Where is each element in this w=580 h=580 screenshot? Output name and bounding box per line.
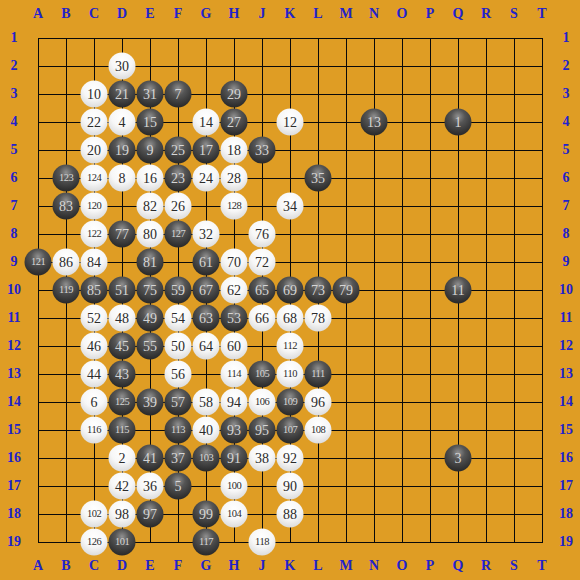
move-number: 128 [227, 201, 241, 212]
stone-C14[interactable]: 6 [81, 389, 108, 416]
coord-bottom-A: A [33, 559, 43, 573]
move-number: 41 [143, 451, 157, 465]
move-number: 32 [199, 227, 213, 241]
stone-F6[interactable]: 23 [165, 165, 192, 192]
move-number: 124 [87, 173, 101, 184]
move-number: 56 [171, 367, 185, 381]
move-number: 13 [367, 115, 381, 129]
move-number: 88 [283, 507, 297, 521]
coord-top-R: R [481, 7, 491, 21]
coord-right-3: 3 [563, 87, 570, 101]
stone-G4[interactable]: 14 [193, 109, 220, 136]
stone-K13[interactable]: 110 [277, 361, 304, 388]
move-number: 64 [199, 339, 213, 353]
stone-Q4[interactable]: 1 [445, 109, 472, 136]
move-number: 106 [255, 397, 269, 408]
coord-left-7: 7 [11, 199, 18, 213]
coord-right-10: 10 [559, 283, 573, 297]
coord-right-5: 5 [563, 143, 570, 157]
stone-E17[interactable]: 36 [137, 473, 164, 500]
move-number: 2 [119, 451, 126, 465]
coord-top-H: H [229, 7, 240, 21]
move-number: 96 [311, 395, 325, 409]
stone-D14[interactable]: 125 [109, 389, 136, 416]
coord-bottom-B: B [61, 559, 70, 573]
move-number: 100 [227, 481, 241, 492]
stone-C11[interactable]: 52 [81, 305, 108, 332]
stone-F17[interactable]: 5 [165, 473, 192, 500]
stone-H5[interactable]: 18 [221, 137, 248, 164]
stone-D4[interactable]: 4 [109, 109, 136, 136]
move-number: 4 [119, 115, 126, 129]
move-number: 53 [227, 311, 241, 325]
move-number: 1 [455, 115, 462, 129]
go-board[interactable]: AABBCCDDEEFFGGHHJJKKLLMMNNOOPPQQRRSSTT11… [0, 0, 580, 580]
stone-G18[interactable]: 99 [193, 501, 220, 528]
stone-F15[interactable]: 113 [165, 417, 192, 444]
move-number: 68 [283, 311, 297, 325]
stone-J10[interactable]: 65 [249, 277, 276, 304]
coord-bottom-G: G [201, 559, 212, 573]
stone-G5[interactable]: 17 [193, 137, 220, 164]
move-number: 83 [59, 199, 73, 213]
stone-G19[interactable]: 117 [193, 529, 220, 556]
stone-C13[interactable]: 44 [81, 361, 108, 388]
stone-C10[interactable]: 85 [81, 277, 108, 304]
coord-top-P: P [426, 7, 435, 21]
stone-C3[interactable]: 10 [81, 81, 108, 108]
move-number: 59 [171, 283, 185, 297]
stone-H7[interactable]: 128 [221, 193, 248, 220]
stone-G10[interactable]: 67 [193, 277, 220, 304]
coord-bottom-R: R [481, 559, 491, 573]
move-number: 103 [199, 453, 213, 464]
coord-bottom-E: E [145, 559, 154, 573]
stone-G16[interactable]: 103 [193, 445, 220, 472]
stone-H3[interactable]: 29 [221, 81, 248, 108]
stone-M10[interactable]: 79 [333, 277, 360, 304]
coord-left-15: 15 [7, 423, 21, 437]
stone-K11[interactable]: 68 [277, 305, 304, 332]
stone-C8[interactable]: 122 [81, 221, 108, 248]
stone-E7[interactable]: 82 [137, 193, 164, 220]
stone-E16[interactable]: 41 [137, 445, 164, 472]
stone-G8[interactable]: 32 [193, 221, 220, 248]
stone-J15[interactable]: 95 [249, 417, 276, 444]
stone-J14[interactable]: 106 [249, 389, 276, 416]
stone-E12[interactable]: 55 [137, 333, 164, 360]
stone-K16[interactable]: 92 [277, 445, 304, 472]
stone-G15[interactable]: 40 [193, 417, 220, 444]
move-number: 11 [451, 283, 464, 297]
stone-E11[interactable]: 49 [137, 305, 164, 332]
move-number: 63 [199, 311, 213, 325]
stone-C9[interactable]: 84 [81, 249, 108, 276]
move-number: 98 [115, 507, 129, 521]
stone-E3[interactable]: 31 [137, 81, 164, 108]
stone-L6[interactable]: 35 [305, 165, 332, 192]
coord-bottom-K: K [285, 559, 296, 573]
move-number: 90 [283, 479, 297, 493]
stone-F8[interactable]: 127 [165, 221, 192, 248]
stone-E6[interactable]: 16 [137, 165, 164, 192]
stone-L13[interactable]: 111 [305, 361, 332, 388]
stone-K7[interactable]: 34 [277, 193, 304, 220]
stone-C4[interactable]: 22 [81, 109, 108, 136]
stone-C6[interactable]: 124 [81, 165, 108, 192]
move-number: 120 [87, 201, 101, 212]
coord-left-5: 5 [11, 143, 18, 157]
move-number: 126 [87, 537, 101, 548]
coord-top-A: A [33, 7, 43, 21]
stone-D6[interactable]: 8 [109, 165, 136, 192]
stone-C5[interactable]: 20 [81, 137, 108, 164]
stone-G11[interactable]: 63 [193, 305, 220, 332]
move-number: 104 [227, 509, 241, 520]
stone-C7[interactable]: 120 [81, 193, 108, 220]
stone-C12[interactable]: 46 [81, 333, 108, 360]
coord-left-1: 1 [11, 31, 18, 45]
stone-E14[interactable]: 39 [137, 389, 164, 416]
move-number: 116 [87, 425, 101, 436]
stone-D17[interactable]: 42 [109, 473, 136, 500]
move-number: 60 [227, 339, 241, 353]
stone-D18[interactable]: 98 [109, 501, 136, 528]
stone-A9[interactable]: 121 [25, 249, 52, 276]
coord-right-8: 8 [563, 227, 570, 241]
move-number: 85 [87, 283, 101, 297]
move-number: 105 [255, 369, 269, 380]
move-number: 6 [91, 395, 98, 409]
move-number: 24 [199, 171, 213, 185]
move-number: 28 [227, 171, 241, 185]
move-number: 22 [87, 115, 101, 129]
move-number: 16 [143, 171, 157, 185]
move-number: 77 [115, 227, 129, 241]
move-number: 112 [283, 341, 297, 352]
move-number: 51 [115, 283, 129, 297]
coord-bottom-L: L [313, 559, 322, 573]
move-number: 8 [119, 171, 126, 185]
coord-bottom-Q: Q [453, 559, 464, 573]
stone-B10[interactable]: 119 [53, 277, 80, 304]
stone-H14[interactable]: 94 [221, 389, 248, 416]
stone-G6[interactable]: 24 [193, 165, 220, 192]
stone-L15[interactable]: 108 [305, 417, 332, 444]
stone-N4[interactable]: 13 [361, 109, 388, 136]
coord-right-6: 6 [563, 171, 570, 185]
coord-top-G: G [201, 7, 212, 21]
move-number: 84 [87, 255, 101, 269]
move-number: 110 [283, 369, 297, 380]
move-number: 7 [175, 87, 182, 101]
move-number: 91 [227, 451, 241, 465]
stone-D2[interactable]: 30 [109, 53, 136, 80]
move-number: 70 [227, 255, 241, 269]
coord-top-E: E [145, 7, 154, 21]
stone-F7[interactable]: 26 [165, 193, 192, 220]
move-number: 14 [199, 115, 213, 129]
stone-Q10[interactable]: 11 [445, 277, 472, 304]
coord-left-13: 13 [7, 367, 21, 381]
move-number: 65 [255, 283, 269, 297]
move-number: 17 [199, 143, 213, 157]
stone-E4[interactable]: 15 [137, 109, 164, 136]
move-number: 26 [171, 199, 185, 213]
move-number: 49 [143, 311, 157, 325]
move-number: 20 [87, 143, 101, 157]
stone-F16[interactable]: 37 [165, 445, 192, 472]
stone-B7[interactable]: 83 [53, 193, 80, 220]
move-number: 69 [283, 283, 297, 297]
coord-left-4: 4 [11, 115, 18, 129]
stone-K4[interactable]: 12 [277, 109, 304, 136]
move-number: 113 [171, 425, 185, 436]
stone-L14[interactable]: 96 [305, 389, 332, 416]
move-number: 23 [171, 171, 185, 185]
stone-C18[interactable]: 102 [81, 501, 108, 528]
stone-J16[interactable]: 38 [249, 445, 276, 472]
move-number: 46 [87, 339, 101, 353]
stone-G14[interactable]: 58 [193, 389, 220, 416]
coord-left-19: 19 [7, 535, 21, 549]
stone-D8[interactable]: 77 [109, 221, 136, 248]
coord-left-2: 2 [11, 59, 18, 73]
stone-D10[interactable]: 51 [109, 277, 136, 304]
coord-right-11: 11 [559, 311, 572, 325]
stone-J9[interactable]: 72 [249, 249, 276, 276]
stone-J19[interactable]: 118 [249, 529, 276, 556]
move-number: 58 [199, 395, 213, 409]
stone-D15[interactable]: 115 [109, 417, 136, 444]
stone-H12[interactable]: 60 [221, 333, 248, 360]
coord-bottom-P: P [426, 559, 435, 573]
move-number: 30 [115, 59, 129, 73]
stone-F3[interactable]: 7 [165, 81, 192, 108]
stone-K18[interactable]: 88 [277, 501, 304, 528]
stone-H4[interactable]: 27 [221, 109, 248, 136]
move-number: 107 [283, 425, 297, 436]
coord-left-9: 9 [11, 255, 18, 269]
coord-top-F: F [174, 7, 183, 21]
coord-bottom-S: S [510, 559, 518, 573]
stone-L11[interactable]: 78 [305, 305, 332, 332]
coord-top-T: T [537, 7, 546, 21]
move-number: 37 [171, 451, 185, 465]
coord-top-O: O [397, 7, 408, 21]
stone-F10[interactable]: 59 [165, 277, 192, 304]
coord-left-8: 8 [11, 227, 18, 241]
move-number: 50 [171, 339, 185, 353]
stone-Q16[interactable]: 3 [445, 445, 472, 472]
stone-E10[interactable]: 75 [137, 277, 164, 304]
move-number: 62 [227, 283, 241, 297]
coord-bottom-J: J [259, 559, 266, 573]
coord-top-D: D [117, 7, 127, 21]
move-number: 81 [143, 255, 157, 269]
stone-J8[interactable]: 76 [249, 221, 276, 248]
move-number: 92 [283, 451, 297, 465]
move-number: 119 [59, 285, 73, 296]
stone-J5[interactable]: 33 [249, 137, 276, 164]
stone-D11[interactable]: 48 [109, 305, 136, 332]
coord-bottom-C: C [89, 559, 99, 573]
move-number: 76 [255, 227, 269, 241]
move-number: 125 [115, 397, 129, 408]
move-number: 108 [311, 425, 325, 436]
coord-right-13: 13 [559, 367, 573, 381]
coord-right-12: 12 [559, 339, 573, 353]
stone-H15[interactable]: 93 [221, 417, 248, 444]
move-number: 36 [143, 479, 157, 493]
stone-K10[interactable]: 69 [277, 277, 304, 304]
move-number: 114 [227, 369, 241, 380]
move-number: 40 [199, 423, 213, 437]
stone-H16[interactable]: 91 [221, 445, 248, 472]
stone-H18[interactable]: 104 [221, 501, 248, 528]
stone-F14[interactable]: 57 [165, 389, 192, 416]
coord-right-7: 7 [563, 199, 570, 213]
coord-right-15: 15 [559, 423, 573, 437]
move-number: 94 [227, 395, 241, 409]
coord-right-1: 1 [563, 31, 570, 45]
stone-G9[interactable]: 61 [193, 249, 220, 276]
move-number: 10 [87, 87, 101, 101]
move-number: 35 [311, 171, 325, 185]
coord-bottom-O: O [397, 559, 408, 573]
stone-G12[interactable]: 64 [193, 333, 220, 360]
move-number: 31 [143, 87, 157, 101]
move-number: 15 [143, 115, 157, 129]
coord-right-17: 17 [559, 479, 573, 493]
move-number: 43 [115, 367, 129, 381]
move-number: 111 [311, 369, 324, 380]
stone-E9[interactable]: 81 [137, 249, 164, 276]
move-number: 25 [171, 143, 185, 157]
stone-F11[interactable]: 54 [165, 305, 192, 332]
coord-top-B: B [61, 7, 70, 21]
stone-K17[interactable]: 90 [277, 473, 304, 500]
stone-J13[interactable]: 105 [249, 361, 276, 388]
move-number: 75 [143, 283, 157, 297]
move-number: 66 [255, 311, 269, 325]
move-number: 38 [255, 451, 269, 465]
stone-H10[interactable]: 62 [221, 277, 248, 304]
coord-bottom-T: T [537, 559, 546, 573]
move-number: 93 [227, 423, 241, 437]
coord-left-10: 10 [7, 283, 21, 297]
coord-right-14: 14 [559, 395, 573, 409]
move-number: 19 [115, 143, 129, 157]
stone-E5[interactable]: 9 [137, 137, 164, 164]
stone-H11[interactable]: 53 [221, 305, 248, 332]
stone-D12[interactable]: 45 [109, 333, 136, 360]
stone-J11[interactable]: 66 [249, 305, 276, 332]
stone-D16[interactable]: 2 [109, 445, 136, 472]
move-number: 67 [199, 283, 213, 297]
move-number: 34 [283, 199, 297, 213]
coord-right-16: 16 [559, 451, 573, 465]
move-number: 18 [227, 143, 241, 157]
coord-left-6: 6 [11, 171, 18, 185]
move-number: 42 [115, 479, 129, 493]
coord-right-18: 18 [559, 507, 573, 521]
move-number: 79 [339, 283, 353, 297]
stone-K15[interactable]: 107 [277, 417, 304, 444]
move-number: 117 [199, 537, 213, 548]
coord-left-12: 12 [7, 339, 21, 353]
stone-B6[interactable]: 123 [53, 165, 80, 192]
stone-K12[interactable]: 112 [277, 333, 304, 360]
move-number: 9 [147, 143, 154, 157]
coord-top-Q: Q [453, 7, 464, 21]
stone-H13[interactable]: 114 [221, 361, 248, 388]
stone-H17[interactable]: 100 [221, 473, 248, 500]
coord-top-C: C [89, 7, 99, 21]
coord-top-J: J [259, 7, 266, 21]
coord-top-N: N [369, 7, 379, 21]
coord-top-S: S [510, 7, 518, 21]
stone-F13[interactable]: 56 [165, 361, 192, 388]
coord-left-3: 3 [11, 87, 18, 101]
move-number: 44 [87, 367, 101, 381]
stone-F12[interactable]: 50 [165, 333, 192, 360]
move-number: 121 [31, 257, 45, 268]
coord-top-K: K [285, 7, 296, 21]
move-number: 99 [199, 507, 213, 521]
move-number: 57 [171, 395, 185, 409]
coord-bottom-M: M [339, 559, 352, 573]
stone-D19[interactable]: 101 [109, 529, 136, 556]
stone-K14[interactable]: 109 [277, 389, 304, 416]
coord-right-19: 19 [559, 535, 573, 549]
stone-H9[interactable]: 70 [221, 249, 248, 276]
stone-E8[interactable]: 80 [137, 221, 164, 248]
stone-B9[interactable]: 86 [53, 249, 80, 276]
stone-D13[interactable]: 43 [109, 361, 136, 388]
coord-bottom-N: N [369, 559, 379, 573]
move-number: 97 [143, 507, 157, 521]
move-number: 45 [115, 339, 129, 353]
coord-bottom-D: D [117, 559, 127, 573]
coord-left-16: 16 [7, 451, 21, 465]
coord-right-4: 4 [563, 115, 570, 129]
move-number: 78 [311, 311, 325, 325]
stone-D3[interactable]: 21 [109, 81, 136, 108]
move-number: 127 [171, 229, 185, 240]
move-number: 95 [255, 423, 269, 437]
coord-left-18: 18 [7, 507, 21, 521]
stone-H6[interactable]: 28 [221, 165, 248, 192]
move-number: 101 [115, 537, 129, 548]
stone-C19[interactable]: 126 [81, 529, 108, 556]
move-number: 122 [87, 229, 101, 240]
coord-right-9: 9 [563, 255, 570, 269]
stone-D5[interactable]: 19 [109, 137, 136, 164]
stone-L10[interactable]: 73 [305, 277, 332, 304]
move-number: 109 [283, 397, 297, 408]
move-number: 29 [227, 87, 241, 101]
stone-C15[interactable]: 116 [81, 417, 108, 444]
move-number: 39 [143, 395, 157, 409]
move-number: 55 [143, 339, 157, 353]
move-number: 102 [87, 509, 101, 520]
stone-F5[interactable]: 25 [165, 137, 192, 164]
move-number: 73 [311, 283, 325, 297]
move-number: 80 [143, 227, 157, 241]
coord-right-2: 2 [563, 59, 570, 73]
stone-E18[interactable]: 97 [137, 501, 164, 528]
